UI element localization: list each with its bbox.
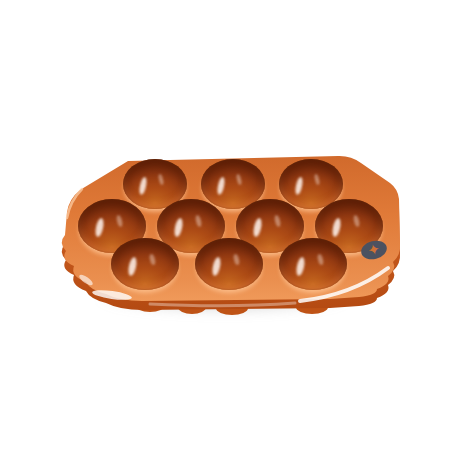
- product-photo-stage: ✦: [0, 0, 460, 460]
- pit-bottom-2[interactable]: [195, 238, 263, 290]
- pit-bottom-3[interactable]: [279, 238, 347, 290]
- mancala-board: [78, 159, 390, 291]
- pit-bottom-1[interactable]: [111, 238, 179, 290]
- four-pointed-star-icon: ✦: [366, 241, 382, 259]
